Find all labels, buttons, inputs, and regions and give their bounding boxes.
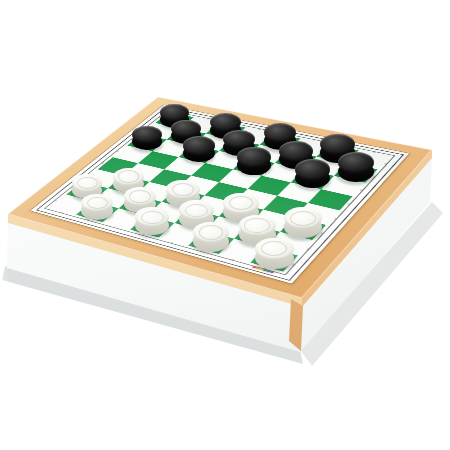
piece-ring bbox=[77, 177, 98, 189]
checker-piece-white bbox=[81, 194, 113, 220]
piece-top bbox=[279, 141, 313, 161]
checker-piece-black bbox=[295, 159, 331, 188]
piece-ring bbox=[87, 197, 109, 210]
checker-piece-black bbox=[132, 126, 162, 150]
checker-piece-white bbox=[193, 222, 229, 252]
piece-top bbox=[193, 222, 229, 243]
piece-ring bbox=[290, 211, 316, 226]
checker-piece-black bbox=[338, 152, 374, 182]
checker-piece-black bbox=[183, 136, 214, 162]
piece-ring bbox=[229, 196, 253, 210]
piece-top bbox=[132, 126, 162, 143]
piece-ring bbox=[172, 183, 195, 196]
piece-top bbox=[239, 215, 276, 237]
piece-ring bbox=[129, 190, 151, 203]
checker-piece-white bbox=[284, 207, 322, 238]
piece-top bbox=[223, 193, 258, 214]
piece-top bbox=[160, 104, 189, 121]
checker-piece-white bbox=[255, 238, 294, 270]
piece-top bbox=[124, 187, 156, 206]
piece-top bbox=[81, 194, 113, 212]
product-photo-checkers-box: aabbccddeeffgghh8877665544332211 ●●●●●● … bbox=[0, 0, 450, 450]
piece-ring bbox=[185, 204, 209, 218]
piece-top bbox=[166, 180, 199, 199]
pieces-layer bbox=[0, 0, 450, 450]
piece-ring bbox=[118, 170, 139, 182]
piece-top bbox=[113, 168, 144, 186]
checker-piece-white bbox=[135, 207, 169, 235]
piece-ring bbox=[199, 225, 224, 239]
piece-top bbox=[183, 136, 214, 154]
piece-ring bbox=[244, 218, 269, 233]
piece-ring bbox=[261, 241, 287, 256]
piece-top bbox=[295, 159, 331, 180]
piece-ring bbox=[141, 211, 164, 224]
piece-top bbox=[72, 174, 103, 192]
checker-piece-black bbox=[237, 147, 270, 174]
piece-top bbox=[255, 238, 294, 261]
piece-top bbox=[237, 147, 270, 166]
